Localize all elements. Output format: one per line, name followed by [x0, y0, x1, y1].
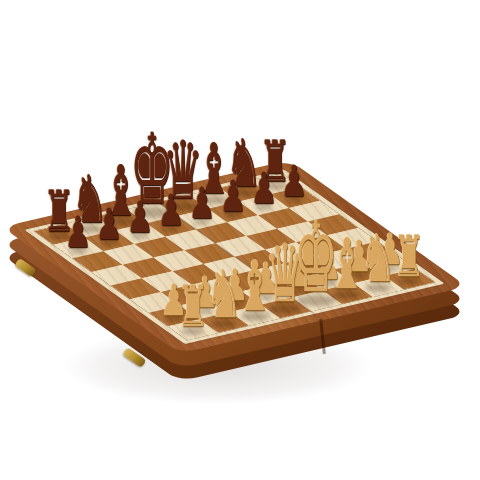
chess-set-photo: ♜♞♝♚♛♝♞♜♟♟♟♟♟♟♟♟♟♟♟♟♟♟♟♟♜♞♝♛♚♝♞♜ — [0, 0, 480, 480]
rook-glyph: ♜ — [366, 228, 453, 285]
black-pawn-h7[interactable]: ♟ — [224, 160, 364, 203]
white-rook-h1[interactable]: ♜ — [339, 228, 479, 285]
pawn-glyph: ♟ — [245, 160, 343, 203]
pieces-layer: ♜♞♝♚♛♝♞♜♟♟♟♟♟♟♟♟♟♟♟♟♟♟♟♟♜♞♝♛♚♝♞♜ — [0, 0, 480, 480]
